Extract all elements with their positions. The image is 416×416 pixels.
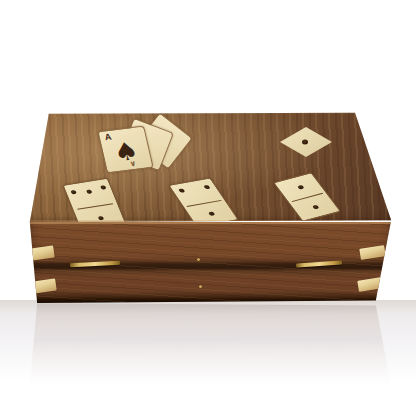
box-front-face (28, 222, 393, 303)
lid-front-edge-highlight (28, 222, 393, 224)
domino-pip (312, 205, 319, 210)
ace-of-spades-card: A ♠ ∨ (97, 126, 153, 174)
single-pip-tile-inlay (280, 127, 332, 157)
domino-tile-2-1 (168, 177, 239, 227)
domino-pip (178, 189, 185, 193)
brass-pin (199, 285, 202, 288)
domino-pip (86, 190, 92, 195)
tile-pip (302, 140, 308, 145)
brass-corner-inlay (32, 278, 56, 293)
domino-pip (208, 211, 215, 215)
spade-icon: ♠ (111, 137, 141, 164)
card-fan-inlay: ∨ ∨ A ♠ ∨ (102, 121, 197, 179)
domino-pip (203, 185, 210, 189)
domino-pip (70, 190, 76, 195)
product-photo-scene: ∨ ∨ A ♠ ∨ (0, 0, 416, 416)
brass-hinge (296, 260, 342, 267)
floor-reflection-fade (0, 300, 416, 416)
domino-pip (100, 185, 106, 190)
brass-corner-inlay (357, 277, 382, 292)
domino-tile-1-1 (273, 172, 341, 222)
brass-pin (197, 258, 200, 261)
domino-pip (297, 185, 304, 190)
domino-pip (98, 216, 104, 221)
box-lid-top: ∨ ∨ A ♠ ∨ (28, 110, 393, 223)
brass-hinge (70, 261, 120, 268)
brass-corner-inlay (359, 245, 385, 260)
brass-corner-inlay (30, 245, 54, 260)
